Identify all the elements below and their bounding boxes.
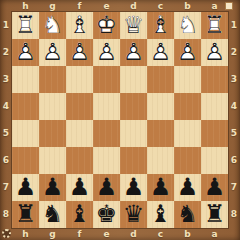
- rank-label-5: 5: [228, 120, 240, 147]
- rank-labels-left: 12345678: [0, 12, 12, 228]
- square-g5[interactable]: [39, 120, 66, 147]
- square-f4[interactable]: [66, 93, 93, 120]
- square-d5[interactable]: [120, 120, 147, 147]
- piece-outline: ♖: [201, 12, 228, 39]
- white-pawn[interactable]: ♟♙: [174, 39, 201, 66]
- square-d1[interactable]: ♛♕: [120, 12, 147, 39]
- square-f1[interactable]: ♝♗: [66, 12, 93, 39]
- black-pawn[interactable]: ♟: [147, 174, 174, 201]
- square-h1[interactable]: ♜♖: [12, 12, 39, 39]
- square-e5[interactable]: [93, 120, 120, 147]
- rank-label-2: 2: [228, 39, 240, 66]
- square-a3[interactable]: [201, 66, 228, 93]
- piece-outline: ♙: [147, 39, 174, 66]
- rank-label-7: 7: [0, 174, 12, 201]
- white-queen[interactable]: ♛♕: [120, 12, 147, 39]
- piece-outline: ♙: [174, 39, 201, 66]
- square-a7[interactable]: ♟: [201, 174, 228, 201]
- square-f5[interactable]: [66, 120, 93, 147]
- piece-outline: ♗: [66, 12, 93, 39]
- rank-label-7: 7: [228, 174, 240, 201]
- square-f2[interactable]: ♟♙: [66, 39, 93, 66]
- square-c3[interactable]: [147, 66, 174, 93]
- square-f6[interactable]: [66, 147, 93, 174]
- square-b4[interactable]: [174, 93, 201, 120]
- white-king[interactable]: ♚♔: [93, 12, 120, 39]
- square-d2[interactable]: ♟♙: [120, 39, 147, 66]
- square-e2[interactable]: ♟♙: [93, 39, 120, 66]
- square-g2[interactable]: ♟♙: [39, 39, 66, 66]
- black-pawn[interactable]: ♟: [201, 174, 228, 201]
- square-g1[interactable]: ♞♘: [39, 12, 66, 39]
- rank-label-5: 5: [0, 120, 12, 147]
- black-bishop[interactable]: ♝: [66, 201, 93, 228]
- square-b6[interactable]: [174, 147, 201, 174]
- square-b1[interactable]: ♞♘: [174, 12, 201, 39]
- square-c8[interactable]: ♝: [147, 201, 174, 228]
- square-g6[interactable]: [39, 147, 66, 174]
- square-b8[interactable]: ♞: [174, 201, 201, 228]
- square-c6[interactable]: [147, 147, 174, 174]
- black-bishop[interactable]: ♝: [147, 201, 174, 228]
- square-h4[interactable]: [12, 93, 39, 120]
- black-knight[interactable]: ♞: [39, 201, 66, 228]
- file-label-b: b: [174, 228, 201, 240]
- piece-outline: ♘: [39, 12, 66, 39]
- piece-outline: ♖: [12, 12, 39, 39]
- square-e4[interactable]: [93, 93, 120, 120]
- rank-label-3: 3: [0, 66, 12, 93]
- white-knight[interactable]: ♞♘: [39, 12, 66, 39]
- rank-label-3: 3: [228, 66, 240, 93]
- square-h6[interactable]: [12, 147, 39, 174]
- piece-outline: ♘: [174, 12, 201, 39]
- black-king[interactable]: ♚: [93, 201, 120, 228]
- black-knight[interactable]: ♞: [174, 201, 201, 228]
- square-g3[interactable]: [39, 66, 66, 93]
- square-c2[interactable]: ♟♙: [147, 39, 174, 66]
- piece-outline: ♙: [201, 39, 228, 66]
- rank-label-8: 8: [228, 201, 240, 228]
- square-f7[interactable]: ♟: [66, 174, 93, 201]
- file-label-a: a: [201, 228, 228, 240]
- white-bishop[interactable]: ♝♗: [66, 12, 93, 39]
- square-c7[interactable]: ♟: [147, 174, 174, 201]
- piece-outline: ♙: [12, 39, 39, 66]
- square-d3[interactable]: [120, 66, 147, 93]
- rank-label-1: 1: [228, 12, 240, 39]
- square-d8[interactable]: ♛: [120, 201, 147, 228]
- white-pawn[interactable]: ♟♙: [201, 39, 228, 66]
- piece-outline: ♙: [66, 39, 93, 66]
- white-pawn[interactable]: ♟♙: [66, 39, 93, 66]
- file-label-g: g: [39, 228, 66, 240]
- rank-label-8: 8: [0, 201, 12, 228]
- square-b2[interactable]: ♟♙: [174, 39, 201, 66]
- file-label-h: h: [12, 228, 39, 240]
- theme-square-icon[interactable]: [225, 2, 233, 10]
- file-label-c: c: [147, 228, 174, 240]
- black-pawn[interactable]: ♟: [39, 174, 66, 201]
- square-b7[interactable]: ♟: [174, 174, 201, 201]
- square-h8[interactable]: ♜: [12, 201, 39, 228]
- piece-outline: ♙: [120, 39, 147, 66]
- rank-label-4: 4: [0, 93, 12, 120]
- square-a8[interactable]: ♜: [201, 201, 228, 228]
- square-h7[interactable]: ♟: [12, 174, 39, 201]
- black-pawn[interactable]: ♟: [66, 174, 93, 201]
- square-c4[interactable]: [147, 93, 174, 120]
- white-pawn[interactable]: ♟♙: [93, 39, 120, 66]
- piece-outline: ♔: [93, 12, 120, 39]
- piece-outline: ♙: [39, 39, 66, 66]
- piece-outline: ♙: [93, 39, 120, 66]
- file-label-f: f: [66, 228, 93, 240]
- white-rook[interactable]: ♜♖: [201, 12, 228, 39]
- settings-icon[interactable]: [2, 229, 11, 238]
- square-e8[interactable]: ♚: [93, 201, 120, 228]
- white-pawn[interactable]: ♟♙: [147, 39, 174, 66]
- black-pawn[interactable]: ♟: [174, 174, 201, 201]
- square-e7[interactable]: ♟: [93, 174, 120, 201]
- black-rook[interactable]: ♜: [201, 201, 228, 228]
- square-a4[interactable]: [201, 93, 228, 120]
- square-c1[interactable]: ♝♗: [147, 12, 174, 39]
- square-h2[interactable]: ♟♙: [12, 39, 39, 66]
- square-a1[interactable]: ♜♖: [201, 12, 228, 39]
- square-f8[interactable]: ♝: [66, 201, 93, 228]
- square-h5[interactable]: [12, 120, 39, 147]
- black-pawn[interactable]: ♟: [93, 174, 120, 201]
- black-pawn[interactable]: ♟: [120, 174, 147, 201]
- square-g7[interactable]: ♟: [39, 174, 66, 201]
- square-a6[interactable]: [201, 147, 228, 174]
- square-a5[interactable]: [201, 120, 228, 147]
- black-pawn[interactable]: ♟: [12, 174, 39, 201]
- chess-board: ♜♖♞♘♝♗♚♔♛♕♝♗♞♘♜♖♟♙♟♙♟♙♟♙♟♙♟♙♟♙♟♙♟♟♟♟♟♟♟♟…: [12, 12, 228, 228]
- file-label-e: e: [93, 228, 120, 240]
- square-e3[interactable]: [93, 66, 120, 93]
- white-knight[interactable]: ♞♘: [174, 12, 201, 39]
- black-rook[interactable]: ♜: [12, 201, 39, 228]
- piece-outline: ♗: [147, 12, 174, 39]
- black-queen[interactable]: ♛: [120, 201, 147, 228]
- square-c5[interactable]: [147, 120, 174, 147]
- piece-outline: ♕: [120, 12, 147, 39]
- white-pawn[interactable]: ♟♙: [39, 39, 66, 66]
- square-d7[interactable]: ♟: [120, 174, 147, 201]
- square-d6[interactable]: [120, 147, 147, 174]
- file-labels-bottom: hgfedcba: [12, 228, 228, 240]
- square-a2[interactable]: ♟♙: [201, 39, 228, 66]
- white-bishop[interactable]: ♝♗: [147, 12, 174, 39]
- square-d4[interactable]: [120, 93, 147, 120]
- rank-labels-right: 12345678: [228, 12, 240, 228]
- square-g8[interactable]: ♞: [39, 201, 66, 228]
- rank-label-4: 4: [228, 93, 240, 120]
- white-rook[interactable]: ♜♖: [12, 12, 39, 39]
- square-h3[interactable]: [12, 66, 39, 93]
- square-b5[interactable]: [174, 120, 201, 147]
- square-g4[interactable]: [39, 93, 66, 120]
- chess-board-frame: hgfedcba hgfedcba 12345678 12345678 ♜♖♞♘…: [0, 0, 240, 240]
- square-e1[interactable]: ♚♔: [93, 12, 120, 39]
- square-e6[interactable]: [93, 147, 120, 174]
- file-label-d: d: [120, 228, 147, 240]
- square-f3[interactable]: [66, 66, 93, 93]
- white-pawn[interactable]: ♟♙: [120, 39, 147, 66]
- square-b3[interactable]: [174, 66, 201, 93]
- rank-label-6: 6: [0, 147, 12, 174]
- rank-label-6: 6: [228, 147, 240, 174]
- rank-label-1: 1: [0, 12, 12, 39]
- rank-label-2: 2: [0, 39, 12, 66]
- white-pawn[interactable]: ♟♙: [12, 39, 39, 66]
